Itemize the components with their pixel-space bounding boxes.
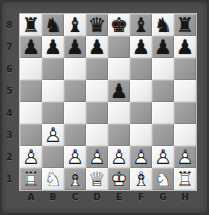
white-knight-piece[interactable]: ♞♘ bbox=[42, 168, 64, 190]
black-pawn-piece[interactable]: ♟ bbox=[86, 36, 108, 58]
square-f7[interactable]: ♟ bbox=[130, 36, 152, 58]
square-g8[interactable]: ♞ bbox=[152, 14, 174, 36]
white-pawn-piece[interactable]: ♟♙ bbox=[152, 146, 174, 168]
square-b5[interactable] bbox=[42, 80, 64, 102]
square-h3[interactable] bbox=[174, 124, 196, 146]
black-pawn-piece[interactable]: ♟ bbox=[108, 80, 130, 102]
white-rook-piece[interactable]: ♜♖ bbox=[20, 168, 42, 190]
square-g5[interactable] bbox=[152, 80, 174, 102]
rank-label-3: 3 bbox=[0, 124, 19, 146]
white-piece-outline: ♖ bbox=[176, 169, 194, 189]
square-e7[interactable] bbox=[108, 36, 130, 58]
black-king-piece[interactable]: ♚ bbox=[108, 14, 130, 36]
file-label-a: A bbox=[20, 192, 42, 205]
black-pawn-piece[interactable]: ♟ bbox=[130, 36, 152, 58]
square-a8[interactable]: ♜ bbox=[20, 14, 42, 36]
square-h1[interactable]: ♜♖ bbox=[174, 168, 196, 190]
file-label-b: B bbox=[42, 192, 64, 205]
square-d4[interactable] bbox=[86, 102, 108, 124]
square-b1[interactable]: ♞♘ bbox=[42, 168, 64, 190]
white-pawn-piece[interactable]: ♟♙ bbox=[64, 146, 86, 168]
square-b7[interactable]: ♟ bbox=[42, 36, 64, 58]
white-piece-outline: ♙ bbox=[132, 147, 150, 167]
black-bishop-piece[interactable]: ♝ bbox=[130, 14, 152, 36]
square-c4[interactable] bbox=[64, 102, 86, 124]
square-e6[interactable] bbox=[108, 58, 130, 80]
white-pawn-piece[interactable]: ♟♙ bbox=[108, 146, 130, 168]
square-a1[interactable]: ♜♖ bbox=[20, 168, 42, 190]
white-pawn-piece[interactable]: ♟♙ bbox=[174, 146, 196, 168]
square-d8[interactable]: ♛ bbox=[86, 14, 108, 36]
square-b6[interactable] bbox=[42, 58, 64, 80]
black-bishop-piece[interactable]: ♝ bbox=[64, 14, 86, 36]
rank-label-2: 2 bbox=[0, 146, 19, 168]
square-f4[interactable] bbox=[130, 102, 152, 124]
white-piece-outline: ♔ bbox=[110, 169, 128, 189]
white-piece-outline: ♙ bbox=[176, 147, 194, 167]
rank-label-1: 1 bbox=[0, 168, 19, 190]
square-e8[interactable]: ♚ bbox=[108, 14, 130, 36]
white-piece-outline: ♘ bbox=[44, 169, 62, 189]
square-f2[interactable]: ♟♙ bbox=[130, 146, 152, 168]
white-knight-piece[interactable]: ♞♘ bbox=[152, 168, 174, 190]
rank-label-5: 5 bbox=[0, 80, 19, 102]
square-g6[interactable] bbox=[152, 58, 174, 80]
rank-label-4: 4 bbox=[0, 102, 19, 124]
black-rook-piece[interactable]: ♜ bbox=[174, 14, 196, 36]
file-label-f: F bbox=[130, 192, 152, 205]
white-pawn-piece[interactable]: ♟♙ bbox=[86, 146, 108, 168]
square-h5[interactable] bbox=[174, 80, 196, 102]
square-b8[interactable]: ♞ bbox=[42, 14, 64, 36]
square-d5[interactable] bbox=[86, 80, 108, 102]
file-label-d: D bbox=[86, 192, 108, 205]
square-d3[interactable] bbox=[86, 124, 108, 146]
square-d2[interactable]: ♟♙ bbox=[86, 146, 108, 168]
square-g7[interactable]: ♟ bbox=[152, 36, 174, 58]
square-c3[interactable] bbox=[64, 124, 86, 146]
square-g4[interactable] bbox=[152, 102, 174, 124]
black-pawn-piece[interactable]: ♟ bbox=[152, 36, 174, 58]
white-piece-outline: ♘ bbox=[154, 169, 172, 189]
white-piece-outline: ♙ bbox=[154, 147, 172, 167]
square-d7[interactable]: ♟ bbox=[86, 36, 108, 58]
square-c2[interactable]: ♟♙ bbox=[64, 146, 86, 168]
white-piece-outline: ♖ bbox=[22, 169, 40, 189]
square-h7[interactable]: ♟ bbox=[174, 36, 196, 58]
square-c7[interactable]: ♟ bbox=[64, 36, 86, 58]
white-bishop-piece[interactable]: ♝♗ bbox=[130, 168, 152, 190]
square-e2[interactable]: ♟♙ bbox=[108, 146, 130, 168]
file-label-h: H bbox=[174, 192, 196, 205]
square-a3[interactable] bbox=[20, 124, 42, 146]
square-a5[interactable] bbox=[20, 80, 42, 102]
white-pawn-piece[interactable]: ♟♙ bbox=[20, 146, 42, 168]
square-b3[interactable]: ♟♙ bbox=[42, 124, 64, 146]
square-h8[interactable]: ♜ bbox=[174, 14, 196, 36]
white-piece-outline: ♗ bbox=[132, 169, 150, 189]
square-a7[interactable]: ♟ bbox=[20, 36, 42, 58]
square-e3[interactable] bbox=[108, 124, 130, 146]
square-c6[interactable] bbox=[64, 58, 86, 80]
rank-labels: 87654321 bbox=[0, 14, 19, 190]
file-labels: ABCDEFGH bbox=[20, 192, 196, 205]
square-h2[interactable]: ♟♙ bbox=[174, 146, 196, 168]
white-piece-outline: ♙ bbox=[44, 125, 62, 145]
white-pawn-piece[interactable]: ♟♙ bbox=[130, 146, 152, 168]
square-f3[interactable] bbox=[130, 124, 152, 146]
white-queen-piece[interactable]: ♛♕ bbox=[86, 168, 108, 190]
square-c8[interactable]: ♝ bbox=[64, 14, 86, 36]
file-label-c: C bbox=[64, 192, 86, 205]
white-pawn-piece[interactable]: ♟♙ bbox=[42, 124, 64, 146]
white-piece-outline: ♙ bbox=[66, 147, 84, 167]
white-bishop-piece[interactable]: ♝♗ bbox=[64, 168, 86, 190]
white-piece-outline: ♙ bbox=[88, 147, 106, 167]
square-e1[interactable]: ♚♔ bbox=[108, 168, 130, 190]
square-f6[interactable] bbox=[130, 58, 152, 80]
square-h6[interactable] bbox=[174, 58, 196, 80]
black-pawn-piece[interactable]: ♟ bbox=[20, 36, 42, 58]
square-a4[interactable] bbox=[20, 102, 42, 124]
square-c5[interactable] bbox=[64, 80, 86, 102]
white-piece-outline: ♙ bbox=[110, 147, 128, 167]
square-h4[interactable] bbox=[174, 102, 196, 124]
square-g1[interactable]: ♞♘ bbox=[152, 168, 174, 190]
rank-label-8: 8 bbox=[0, 14, 19, 36]
rank-label-7: 7 bbox=[0, 36, 19, 58]
square-c1[interactable]: ♝♗ bbox=[64, 168, 86, 190]
white-piece-outline: ♙ bbox=[22, 147, 40, 167]
black-pawn-piece[interactable]: ♟ bbox=[64, 36, 86, 58]
square-f8[interactable]: ♝ bbox=[130, 14, 152, 36]
chessboard[interactable]: ♜♞♝♛♚♝♞♜♟♟♟♟♟♟♟♟♟♙♟♙♟♙♟♙♟♙♟♙♟♙♟♙♜♖♞♘♝♗♛♕… bbox=[19, 13, 197, 191]
white-rook-piece[interactable]: ♜♖ bbox=[174, 168, 196, 190]
square-d1[interactable]: ♛♕ bbox=[86, 168, 108, 190]
rank-label-6: 6 bbox=[0, 58, 19, 80]
black-knight-piece[interactable]: ♞ bbox=[152, 14, 174, 36]
square-f5[interactable] bbox=[130, 80, 152, 102]
black-pawn-piece[interactable]: ♟ bbox=[42, 36, 64, 58]
white-king-piece[interactable]: ♚♔ bbox=[108, 168, 130, 190]
square-b4[interactable] bbox=[42, 102, 64, 124]
square-f1[interactable]: ♝♗ bbox=[130, 168, 152, 190]
square-g3[interactable] bbox=[152, 124, 174, 146]
white-piece-outline: ♕ bbox=[88, 169, 106, 189]
square-b2[interactable] bbox=[42, 146, 64, 168]
chessboard-widget: 87654321 ♜♞♝♛♚♝♞♜♟♟♟♟♟♟♟♟♟♙♟♙♟♙♟♙♟♙♟♙♟♙♟… bbox=[0, 0, 209, 215]
black-queen-piece[interactable]: ♛ bbox=[86, 14, 108, 36]
black-rook-piece[interactable]: ♜ bbox=[20, 14, 42, 36]
black-pawn-piece[interactable]: ♟ bbox=[174, 36, 196, 58]
black-knight-piece[interactable]: ♞ bbox=[42, 14, 64, 36]
square-e4[interactable] bbox=[108, 102, 130, 124]
file-label-g: G bbox=[152, 192, 174, 205]
square-a2[interactable]: ♟♙ bbox=[20, 146, 42, 168]
square-d6[interactable] bbox=[86, 58, 108, 80]
square-g2[interactable]: ♟♙ bbox=[152, 146, 174, 168]
white-piece-outline: ♗ bbox=[66, 169, 84, 189]
file-label-e: E bbox=[108, 192, 130, 205]
square-e5[interactable]: ♟ bbox=[108, 80, 130, 102]
square-a6[interactable] bbox=[20, 58, 42, 80]
